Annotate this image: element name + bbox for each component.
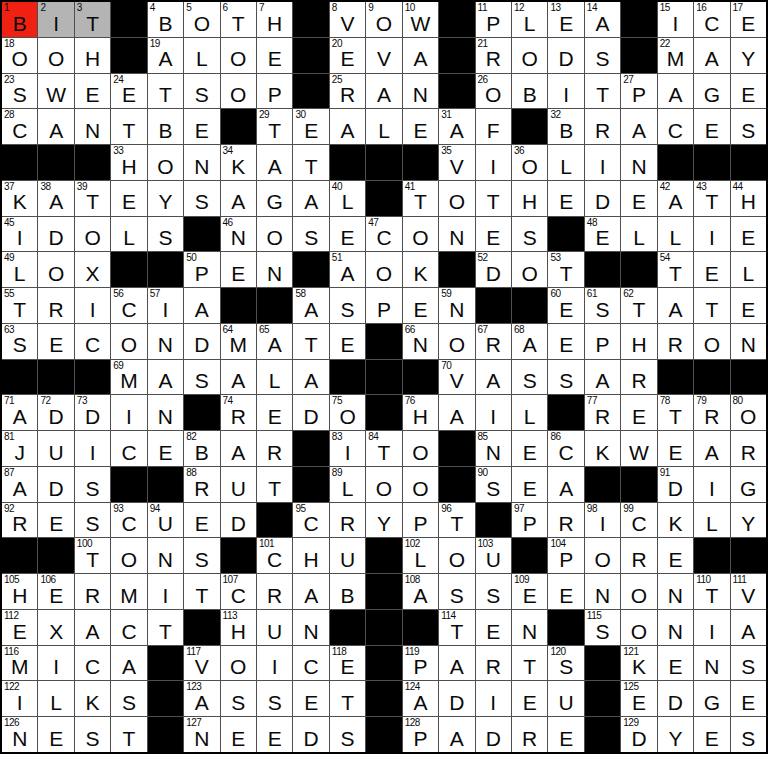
cell-r21c19[interactable]: Y bbox=[658, 717, 693, 752]
cell-r19c3[interactable]: C bbox=[75, 646, 110, 681]
cell-r19c4[interactable]: A bbox=[111, 646, 146, 681]
cell-r10c2[interactable]: E bbox=[38, 324, 73, 359]
cell-r21c20[interactable]: E bbox=[694, 717, 729, 752]
cell-r6c15[interactable]: H bbox=[512, 181, 547, 216]
cell-r13c17[interactable]: K bbox=[585, 431, 620, 466]
cell-r2c16[interactable]: D bbox=[548, 38, 583, 73]
cell-r20c16[interactable]: U bbox=[548, 681, 583, 716]
cell-r3c3[interactable]: E bbox=[75, 74, 110, 109]
cell-r17c9[interactable]: A bbox=[293, 574, 328, 609]
cell-r12c15[interactable]: L bbox=[512, 395, 547, 430]
cell-r10c19[interactable]: R bbox=[658, 324, 693, 359]
cell-r5c6[interactable]: N bbox=[184, 145, 219, 180]
cell-r18c5[interactable]: T bbox=[148, 610, 183, 645]
cell-r7c19[interactable]: L bbox=[658, 217, 693, 252]
cell-r9c18[interactable]: 62T bbox=[621, 288, 656, 323]
cell-r10c1[interactable]: 63S bbox=[2, 324, 37, 359]
cell-r20c1[interactable]: 122I bbox=[2, 681, 37, 716]
cell-r18c2[interactable]: X bbox=[38, 610, 73, 645]
cell-r8c3[interactable]: X bbox=[75, 252, 110, 287]
cell-r2c19[interactable]: 22M bbox=[658, 38, 693, 73]
cell-r8c21[interactable]: L bbox=[731, 252, 766, 287]
cell-r1c12[interactable]: 10W bbox=[403, 2, 438, 37]
cell-r9c17[interactable]: 61S bbox=[585, 288, 620, 323]
cell-r7c13[interactable]: N bbox=[439, 217, 474, 252]
cell-r13c10[interactable]: 83I bbox=[330, 431, 365, 466]
cell-r20c10[interactable]: T bbox=[330, 681, 365, 716]
cell-r18c1[interactable]: 112E bbox=[2, 610, 37, 645]
cell-r21c7[interactable]: E bbox=[221, 717, 256, 752]
cell-r15c3[interactable]: S bbox=[75, 503, 110, 538]
cell-r17c14[interactable]: S bbox=[476, 574, 511, 609]
cell-r15c15[interactable]: 97P bbox=[512, 503, 547, 538]
cell-r2c20[interactable]: A bbox=[694, 38, 729, 73]
cell-r18c15[interactable]: N bbox=[512, 610, 547, 645]
cell-r15c17[interactable]: 98I bbox=[585, 503, 620, 538]
cell-r6c19[interactable]: 42A bbox=[658, 181, 693, 216]
cell-r18c4[interactable]: C bbox=[111, 610, 146, 645]
cell-r20c8[interactable]: S bbox=[257, 681, 292, 716]
cell-r12c9[interactable]: D bbox=[293, 395, 328, 430]
cell-r2c10[interactable]: 20E bbox=[330, 38, 365, 73]
cell-r7c11[interactable]: 47C bbox=[366, 217, 401, 252]
cell-r19c8[interactable]: I bbox=[257, 646, 292, 681]
cell-r4c9[interactable]: 30E bbox=[293, 109, 328, 144]
cell-r5c5[interactable]: O bbox=[148, 145, 183, 180]
cell-r14c10[interactable]: 89L bbox=[330, 467, 365, 502]
cell-r12c13[interactable]: A bbox=[439, 395, 474, 430]
cell-r21c4[interactable]: T bbox=[111, 717, 146, 752]
cell-r15c6[interactable]: E bbox=[184, 503, 219, 538]
cell-r3c12[interactable]: N bbox=[403, 74, 438, 109]
cell-r11c4[interactable]: 69M bbox=[111, 360, 146, 395]
cell-r14c7[interactable]: U bbox=[221, 467, 256, 502]
cell-r5c18[interactable]: N bbox=[621, 145, 656, 180]
cell-r6c2[interactable]: 38A bbox=[38, 181, 73, 216]
cell-r5c13[interactable]: 35V bbox=[439, 145, 474, 180]
cell-r2c8[interactable]: E bbox=[257, 38, 292, 73]
cell-r4c17[interactable]: R bbox=[585, 109, 620, 144]
cell-r9c10[interactable]: S bbox=[330, 288, 365, 323]
cell-r5c14[interactable]: I bbox=[476, 145, 511, 180]
cell-r8c10[interactable]: 51A bbox=[330, 252, 365, 287]
cell-r7c21[interactable]: E bbox=[731, 217, 766, 252]
cell-r1c16[interactable]: 13E bbox=[548, 2, 583, 37]
cell-r8c15[interactable]: O bbox=[512, 252, 547, 287]
cell-r17c18[interactable]: O bbox=[621, 574, 656, 609]
cell-r12c7[interactable]: 74R bbox=[221, 395, 256, 430]
cell-r13c3[interactable]: I bbox=[75, 431, 110, 466]
cell-r15c4[interactable]: 93C bbox=[111, 503, 146, 538]
cell-r17c7[interactable]: 107C bbox=[221, 574, 256, 609]
cell-r16c6[interactable]: S bbox=[184, 538, 219, 573]
cell-r10c20[interactable]: O bbox=[694, 324, 729, 359]
cell-r3c20[interactable]: G bbox=[694, 74, 729, 109]
cell-r11c15[interactable]: S bbox=[512, 360, 547, 395]
cell-r10c13[interactable]: O bbox=[439, 324, 474, 359]
cell-r18c17[interactable]: 115S bbox=[585, 610, 620, 645]
cell-r9c11[interactable]: P bbox=[366, 288, 401, 323]
cell-r18c8[interactable]: U bbox=[257, 610, 292, 645]
cell-r12c1[interactable]: 71A bbox=[2, 395, 37, 430]
cell-r15c7[interactable]: D bbox=[221, 503, 256, 538]
cell-r20c19[interactable]: D bbox=[658, 681, 693, 716]
cell-r16c8[interactable]: 101C bbox=[257, 538, 292, 573]
cell-r6c4[interactable]: E bbox=[111, 181, 146, 216]
cell-r9c4[interactable]: 56C bbox=[111, 288, 146, 323]
cell-r6c13[interactable]: O bbox=[439, 181, 474, 216]
cell-r16c9[interactable]: H bbox=[293, 538, 328, 573]
cell-r20c15[interactable]: E bbox=[512, 681, 547, 716]
cell-r10c7[interactable]: 64M bbox=[221, 324, 256, 359]
cell-r9c3[interactable]: I bbox=[75, 288, 110, 323]
cell-r17c3[interactable]: R bbox=[75, 574, 110, 609]
cell-r8c12[interactable]: K bbox=[403, 252, 438, 287]
cell-r2c15[interactable]: O bbox=[512, 38, 547, 73]
cell-r2c1[interactable]: 18O bbox=[2, 38, 37, 73]
cell-r18c20[interactable]: I bbox=[694, 610, 729, 645]
cell-r1c11[interactable]: 9O bbox=[366, 2, 401, 37]
cell-r4c12[interactable]: E bbox=[403, 109, 438, 144]
cell-r18c13[interactable]: 114T bbox=[439, 610, 474, 645]
cell-r2c3[interactable]: H bbox=[75, 38, 110, 73]
cell-r8c7[interactable]: E bbox=[221, 252, 256, 287]
cell-r10c6[interactable]: D bbox=[184, 324, 219, 359]
cell-r13c6[interactable]: 82B bbox=[184, 431, 219, 466]
cell-r17c12[interactable]: 108A bbox=[403, 574, 438, 609]
cell-r16c19[interactable]: E bbox=[658, 538, 693, 573]
cell-r15c10[interactable]: R bbox=[330, 503, 365, 538]
cell-r6c18[interactable]: E bbox=[621, 181, 656, 216]
cell-r9c2[interactable]: R bbox=[38, 288, 73, 323]
cell-r9c5[interactable]: 57I bbox=[148, 288, 183, 323]
cell-r1c2[interactable]: 2I bbox=[38, 2, 73, 37]
cell-r7c8[interactable]: O bbox=[257, 217, 292, 252]
cell-r11c8[interactable]: L bbox=[257, 360, 292, 395]
cell-r15c13[interactable]: 96T bbox=[439, 503, 474, 538]
cell-r12c10[interactable]: 75O bbox=[330, 395, 365, 430]
cell-r1c20[interactable]: 16C bbox=[694, 2, 729, 37]
cell-r2c11[interactable]: V bbox=[366, 38, 401, 73]
cell-r11c16[interactable]: S bbox=[548, 360, 583, 395]
cell-r11c5[interactable]: A bbox=[148, 360, 183, 395]
cell-r7c9[interactable]: S bbox=[293, 217, 328, 252]
cell-r6c12[interactable]: 41T bbox=[403, 181, 438, 216]
cell-r19c6[interactable]: 117V bbox=[184, 646, 219, 681]
cell-r14c3[interactable]: S bbox=[75, 467, 110, 502]
cell-r21c9[interactable]: D bbox=[293, 717, 328, 752]
cell-r13c19[interactable]: E bbox=[658, 431, 693, 466]
cell-r17c1[interactable]: 105H bbox=[2, 574, 37, 609]
cell-r21c8[interactable]: E bbox=[257, 717, 292, 752]
cell-r15c21[interactable]: Y bbox=[731, 503, 766, 538]
cell-r21c14[interactable]: D bbox=[476, 717, 511, 752]
cell-r1c10[interactable]: 8V bbox=[330, 2, 365, 37]
cell-r10c3[interactable]: C bbox=[75, 324, 110, 359]
cell-r4c13[interactable]: 31A bbox=[439, 109, 474, 144]
cell-r13c12[interactable]: O bbox=[403, 431, 438, 466]
cell-r5c9[interactable]: T bbox=[293, 145, 328, 180]
cell-r12c20[interactable]: 79R bbox=[694, 395, 729, 430]
cell-r9c1[interactable]: 55T bbox=[2, 288, 37, 323]
cell-r20c3[interactable]: K bbox=[75, 681, 110, 716]
cell-r21c21[interactable]: S bbox=[731, 717, 766, 752]
cell-r7c5[interactable]: S bbox=[148, 217, 183, 252]
cell-r15c9[interactable]: 95C bbox=[293, 503, 328, 538]
cell-r15c2[interactable]: E bbox=[38, 503, 73, 538]
cell-r17c20[interactable]: 110T bbox=[694, 574, 729, 609]
cell-r2c14[interactable]: 21R bbox=[476, 38, 511, 73]
cell-r7c2[interactable]: D bbox=[38, 217, 73, 252]
cell-r2c21[interactable]: Y bbox=[731, 38, 766, 73]
cell-r19c7[interactable]: O bbox=[221, 646, 256, 681]
cell-r14c16[interactable]: A bbox=[548, 467, 583, 502]
cell-r16c4[interactable]: O bbox=[111, 538, 146, 573]
cell-r16c3[interactable]: 100T bbox=[75, 538, 110, 573]
cell-r11c18[interactable]: R bbox=[621, 360, 656, 395]
cell-r6c16[interactable]: E bbox=[548, 181, 583, 216]
cell-r2c2[interactable]: O bbox=[38, 38, 73, 73]
cell-r8c8[interactable]: N bbox=[257, 252, 292, 287]
cell-r1c21[interactable]: 17E bbox=[731, 2, 766, 37]
cell-r13c7[interactable]: A bbox=[221, 431, 256, 466]
cell-r17c21[interactable]: 111V bbox=[731, 574, 766, 609]
cell-r6c8[interactable]: G bbox=[257, 181, 292, 216]
cell-r11c7[interactable]: A bbox=[221, 360, 256, 395]
cell-r13c11[interactable]: 84T bbox=[366, 431, 401, 466]
cell-r17c16[interactable]: E bbox=[548, 574, 583, 609]
cell-r19c9[interactable]: C bbox=[293, 646, 328, 681]
cell-r1c17[interactable]: 14A bbox=[585, 2, 620, 37]
cell-r7c20[interactable]: I bbox=[694, 217, 729, 252]
cell-r4c6[interactable]: E bbox=[184, 109, 219, 144]
cell-r19c20[interactable]: N bbox=[694, 646, 729, 681]
cell-r10c5[interactable]: N bbox=[148, 324, 183, 359]
cell-r4c5[interactable]: B bbox=[148, 109, 183, 144]
cell-r10c17[interactable]: P bbox=[585, 324, 620, 359]
cell-r8c14[interactable]: 52D bbox=[476, 252, 511, 287]
cell-r7c17[interactable]: 48E bbox=[585, 217, 620, 252]
cell-r7c1[interactable]: 45I bbox=[2, 217, 37, 252]
cell-r9c16[interactable]: 60E bbox=[548, 288, 583, 323]
cell-r4c18[interactable]: A bbox=[621, 109, 656, 144]
cell-r1c14[interactable]: 11P bbox=[476, 2, 511, 37]
cell-r16c17[interactable]: O bbox=[585, 538, 620, 573]
cell-r9c13[interactable]: 59N bbox=[439, 288, 474, 323]
cell-r13c8[interactable]: R bbox=[257, 431, 292, 466]
cell-r4c21[interactable]: S bbox=[731, 109, 766, 144]
cell-r20c13[interactable]: D bbox=[439, 681, 474, 716]
cell-r18c9[interactable]: N bbox=[293, 610, 328, 645]
cell-r19c15[interactable]: T bbox=[512, 646, 547, 681]
cell-r7c12[interactable]: O bbox=[403, 217, 438, 252]
cell-r19c21[interactable]: S bbox=[731, 646, 766, 681]
cell-r12c17[interactable]: 77R bbox=[585, 395, 620, 430]
cell-r14c1[interactable]: 87A bbox=[2, 467, 37, 502]
cell-r9c12[interactable]: E bbox=[403, 288, 438, 323]
cell-r8c16[interactable]: 53T bbox=[548, 252, 583, 287]
cell-r10c10[interactable]: E bbox=[330, 324, 365, 359]
cell-r19c13[interactable]: A bbox=[439, 646, 474, 681]
cell-r6c1[interactable]: 37K bbox=[2, 181, 37, 216]
cell-r7c4[interactable]: L bbox=[111, 217, 146, 252]
cell-r8c1[interactable]: 49L bbox=[2, 252, 37, 287]
cell-r4c14[interactable]: F bbox=[476, 109, 511, 144]
cell-r13c4[interactable]: C bbox=[111, 431, 146, 466]
cell-r6c5[interactable]: Y bbox=[148, 181, 183, 216]
cell-r17c6[interactable]: T bbox=[184, 574, 219, 609]
cell-r7c7[interactable]: 46N bbox=[221, 217, 256, 252]
cell-r6c3[interactable]: 39T bbox=[75, 181, 110, 216]
cell-r9c19[interactable]: A bbox=[658, 288, 693, 323]
cell-r17c15[interactable]: 109E bbox=[512, 574, 547, 609]
cell-r1c19[interactable]: 15I bbox=[658, 2, 693, 37]
cell-r14c19[interactable]: 91D bbox=[658, 467, 693, 502]
cell-r17c17[interactable]: N bbox=[585, 574, 620, 609]
cell-r4c19[interactable]: C bbox=[658, 109, 693, 144]
cell-r13c2[interactable]: U bbox=[38, 431, 73, 466]
cell-r7c18[interactable]: L bbox=[621, 217, 656, 252]
cell-r3c6[interactable]: S bbox=[184, 74, 219, 109]
cell-r13c21[interactable]: R bbox=[731, 431, 766, 466]
cell-r10c8[interactable]: 65A bbox=[257, 324, 292, 359]
cell-r2c6[interactable]: L bbox=[184, 38, 219, 73]
cell-r20c2[interactable]: L bbox=[38, 681, 73, 716]
cell-r6c9[interactable]: A bbox=[293, 181, 328, 216]
cell-r3c4[interactable]: 24E bbox=[111, 74, 146, 109]
cell-r12c4[interactable]: I bbox=[111, 395, 146, 430]
cell-r3c8[interactable]: P bbox=[257, 74, 292, 109]
cell-r19c16[interactable]: 120S bbox=[548, 646, 583, 681]
cell-r6c21[interactable]: 44H bbox=[731, 181, 766, 216]
cell-r3c7[interactable]: O bbox=[221, 74, 256, 109]
cell-r9c20[interactable]: T bbox=[694, 288, 729, 323]
cell-r20c9[interactable]: E bbox=[293, 681, 328, 716]
cell-r1c3[interactable]: 3T bbox=[75, 2, 110, 37]
cell-r14c11[interactable]: O bbox=[366, 467, 401, 502]
cell-r20c14[interactable]: I bbox=[476, 681, 511, 716]
cell-r15c5[interactable]: 94U bbox=[148, 503, 183, 538]
cell-r20c21[interactable]: E bbox=[731, 681, 766, 716]
cell-r17c8[interactable]: R bbox=[257, 574, 292, 609]
cell-r7c14[interactable]: E bbox=[476, 217, 511, 252]
cell-r4c10[interactable]: A bbox=[330, 109, 365, 144]
cell-r2c12[interactable]: A bbox=[403, 38, 438, 73]
cell-r4c4[interactable]: T bbox=[111, 109, 146, 144]
cell-r21c16[interactable]: E bbox=[548, 717, 583, 752]
cell-r2c5[interactable]: 19A bbox=[148, 38, 183, 73]
cell-r17c19[interactable]: N bbox=[658, 574, 693, 609]
cell-r14c14[interactable]: 90S bbox=[476, 467, 511, 502]
cell-r21c15[interactable]: R bbox=[512, 717, 547, 752]
cell-r18c19[interactable]: N bbox=[658, 610, 693, 645]
cell-r8c6[interactable]: 50P bbox=[184, 252, 219, 287]
cell-r15c20[interactable]: L bbox=[694, 503, 729, 538]
cell-r13c15[interactable]: E bbox=[512, 431, 547, 466]
cell-r17c5[interactable]: I bbox=[148, 574, 183, 609]
cell-r15c18[interactable]: 99C bbox=[621, 503, 656, 538]
cell-r3c17[interactable]: T bbox=[585, 74, 620, 109]
cell-r17c10[interactable]: B bbox=[330, 574, 365, 609]
cell-r10c21[interactable]: N bbox=[731, 324, 766, 359]
cell-r20c18[interactable]: 125E bbox=[621, 681, 656, 716]
cell-r6c17[interactable]: D bbox=[585, 181, 620, 216]
cell-r4c8[interactable]: 29T bbox=[257, 109, 292, 144]
cell-r15c11[interactable]: Y bbox=[366, 503, 401, 538]
cell-r3c14[interactable]: 26O bbox=[476, 74, 511, 109]
cell-r10c18[interactable]: H bbox=[621, 324, 656, 359]
cell-r21c18[interactable]: 129D bbox=[621, 717, 656, 752]
cell-r3c18[interactable]: 27P bbox=[621, 74, 656, 109]
cell-r2c17[interactable]: S bbox=[585, 38, 620, 73]
cell-r10c12[interactable]: 66N bbox=[403, 324, 438, 359]
cell-r5c17[interactable]: I bbox=[585, 145, 620, 180]
cell-r19c10[interactable]: 118E bbox=[330, 646, 365, 681]
cell-r16c14[interactable]: 103U bbox=[476, 538, 511, 573]
cell-r2c7[interactable]: O bbox=[221, 38, 256, 73]
cell-r14c20[interactable]: I bbox=[694, 467, 729, 502]
cell-r20c6[interactable]: 123A bbox=[184, 681, 219, 716]
cell-r8c19[interactable]: 54T bbox=[658, 252, 693, 287]
cell-r21c1[interactable]: 126N bbox=[2, 717, 37, 752]
cell-r13c20[interactable]: A bbox=[694, 431, 729, 466]
cell-r10c16[interactable]: E bbox=[548, 324, 583, 359]
cell-r6c20[interactable]: 43T bbox=[694, 181, 729, 216]
cell-r17c4[interactable]: M bbox=[111, 574, 146, 609]
cell-r16c13[interactable]: O bbox=[439, 538, 474, 573]
cell-r4c1[interactable]: 28C bbox=[2, 109, 37, 144]
cell-r11c14[interactable]: A bbox=[476, 360, 511, 395]
cell-r12c8[interactable]: E bbox=[257, 395, 292, 430]
cell-r19c2[interactable]: I bbox=[38, 646, 73, 681]
cell-r5c7[interactable]: 34K bbox=[221, 145, 256, 180]
cell-r10c15[interactable]: 68A bbox=[512, 324, 547, 359]
cell-r4c20[interactable]: E bbox=[694, 109, 729, 144]
cell-r10c14[interactable]: 67R bbox=[476, 324, 511, 359]
cell-r21c10[interactable]: S bbox=[330, 717, 365, 752]
cell-r12c3[interactable]: 73D bbox=[75, 395, 110, 430]
cell-r20c20[interactable]: G bbox=[694, 681, 729, 716]
cell-r16c18[interactable]: R bbox=[621, 538, 656, 573]
cell-r17c13[interactable]: S bbox=[439, 574, 474, 609]
cell-r12c18[interactable]: E bbox=[621, 395, 656, 430]
cell-r1c5[interactable]: 4B bbox=[148, 2, 183, 37]
cell-r14c8[interactable]: T bbox=[257, 467, 292, 502]
cell-r21c3[interactable]: S bbox=[75, 717, 110, 752]
cell-r3c16[interactable]: I bbox=[548, 74, 583, 109]
cell-r14c2[interactable]: D bbox=[38, 467, 73, 502]
cell-r10c4[interactable]: O bbox=[111, 324, 146, 359]
cell-r7c15[interactable]: S bbox=[512, 217, 547, 252]
cell-r4c2[interactable]: A bbox=[38, 109, 73, 144]
cell-r8c2[interactable]: O bbox=[38, 252, 73, 287]
cell-r19c12[interactable]: 119P bbox=[403, 646, 438, 681]
cell-r18c18[interactable]: O bbox=[621, 610, 656, 645]
cell-r20c7[interactable]: S bbox=[221, 681, 256, 716]
cell-r6c7[interactable]: A bbox=[221, 181, 256, 216]
cell-r1c1[interactable]: 1B bbox=[2, 2, 37, 37]
cell-r13c1[interactable]: 81J bbox=[2, 431, 37, 466]
cell-r3c15[interactable]: B bbox=[512, 74, 547, 109]
cell-r3c1[interactable]: 23S bbox=[2, 74, 37, 109]
cell-r4c3[interactable]: N bbox=[75, 109, 110, 144]
cell-r1c15[interactable]: 12L bbox=[512, 2, 547, 37]
cell-r7c3[interactable]: O bbox=[75, 217, 110, 252]
cell-r16c12[interactable]: 102L bbox=[403, 538, 438, 573]
cell-r14c6[interactable]: 88R bbox=[184, 467, 219, 502]
cell-r12c21[interactable]: 80O bbox=[731, 395, 766, 430]
cell-r1c7[interactable]: 6T bbox=[221, 2, 256, 37]
